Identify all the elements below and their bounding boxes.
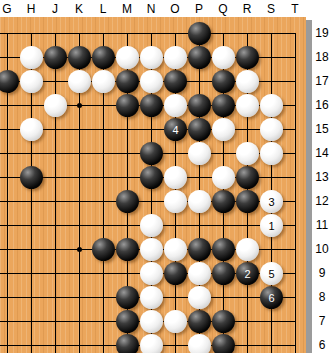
column-label-M: M (115, 2, 139, 16)
stone-black-R18[interactable] (236, 46, 259, 69)
stone-white-N7[interactable] (140, 310, 163, 333)
stone-white-N10[interactable] (140, 238, 163, 261)
stone-black-S8[interactable]: 6 (260, 286, 283, 309)
stone-black-Q16[interactable] (212, 94, 235, 117)
grid-line-row-15 (0, 129, 296, 130)
stone-white-S15[interactable] (260, 118, 283, 141)
stone-black-J18[interactable] (44, 46, 67, 69)
stone-white-O13[interactable] (164, 166, 187, 189)
stone-white-N11[interactable] (140, 214, 163, 237)
stone-white-S11[interactable]: 1 (260, 214, 283, 237)
stone-black-N13[interactable] (140, 166, 163, 189)
stone-white-N17[interactable] (140, 70, 163, 93)
stone-white-H17[interactable] (20, 70, 43, 93)
stone-black-P19[interactable] (188, 22, 211, 45)
star-point-K10 (77, 247, 82, 252)
stone-black-L10[interactable] (92, 238, 115, 261)
stone-white-P6[interactable] (188, 334, 211, 353)
stone-black-N16[interactable] (140, 94, 163, 117)
stone-white-P8[interactable] (188, 286, 211, 309)
move-number-label: 4 (172, 124, 178, 136)
stone-white-Q13[interactable] (212, 166, 235, 189)
stone-black-P7[interactable] (188, 310, 211, 333)
stone-black-Q7[interactable] (212, 310, 235, 333)
stone-white-R14[interactable] (236, 142, 259, 165)
stone-white-M18[interactable] (116, 46, 139, 69)
stone-black-O9[interactable] (164, 262, 187, 285)
stone-black-K18[interactable] (68, 46, 91, 69)
stone-white-H18[interactable] (20, 46, 43, 69)
stone-white-L17[interactable] (92, 70, 115, 93)
stone-white-N18[interactable] (140, 46, 163, 69)
stone-black-M8[interactable] (116, 286, 139, 309)
stone-white-O7[interactable] (164, 310, 187, 333)
stone-black-H13[interactable] (20, 166, 43, 189)
column-label-O: O (163, 2, 187, 16)
column-label-T: T (283, 2, 307, 16)
stone-white-H15[interactable] (20, 118, 43, 141)
row-label-11: 11 (312, 217, 332, 233)
row-label-10: 10 (312, 241, 332, 257)
column-label-N: N (139, 2, 163, 16)
row-label-13: 13 (312, 169, 332, 185)
column-label-Q: Q (211, 2, 235, 16)
go-board-viewer: GHJKLMNOPQRST 191817161514131211109876 4… (0, 0, 332, 353)
stone-black-P15[interactable] (188, 118, 211, 141)
move-number-label: 6 (268, 292, 274, 304)
column-label-G: G (0, 2, 19, 16)
stone-white-O12[interactable] (164, 190, 187, 213)
stone-black-Q6[interactable] (212, 334, 235, 353)
stone-black-G17[interactable] (0, 70, 19, 93)
move-number-label: 1 (268, 220, 274, 232)
row-label-17: 17 (312, 73, 332, 89)
row-label-15: 15 (312, 121, 332, 137)
stone-white-S12[interactable]: 3 (260, 190, 283, 213)
stone-black-Q9[interactable] (212, 262, 235, 285)
stone-black-M6[interactable] (116, 334, 139, 353)
board-edge-shadow (306, 20, 312, 353)
row-label-6: 6 (312, 337, 332, 353)
stone-white-S9[interactable]: 5 (260, 262, 283, 285)
stone-black-M16[interactable] (116, 94, 139, 117)
stone-black-Q12[interactable] (212, 190, 235, 213)
stone-black-O17[interactable] (164, 70, 187, 93)
stone-black-M17[interactable] (116, 70, 139, 93)
stone-black-R13[interactable] (236, 166, 259, 189)
column-label-S: S (259, 2, 283, 16)
row-label-9: 9 (312, 265, 332, 281)
stone-black-O15[interactable]: 4 (164, 118, 187, 141)
move-number-label: 3 (268, 196, 274, 208)
row-label-18: 18 (312, 49, 332, 65)
stone-white-O10[interactable] (164, 238, 187, 261)
move-number-label: 5 (268, 268, 274, 280)
stone-white-N8[interactable] (140, 286, 163, 309)
row-label-7: 7 (312, 313, 332, 329)
stone-white-R10[interactable] (236, 238, 259, 261)
stone-black-M10[interactable] (116, 238, 139, 261)
stone-white-R16[interactable] (236, 94, 259, 117)
stone-black-P10[interactable] (188, 238, 211, 261)
stone-white-J16[interactable] (44, 94, 67, 117)
stone-white-O18[interactable] (164, 46, 187, 69)
go-board[interactable]: 426315 (0, 17, 306, 353)
stone-black-M12[interactable] (116, 190, 139, 213)
grid-line-col-T (295, 33, 296, 353)
row-label-19: 19 (312, 25, 332, 41)
stone-white-N6[interactable] (140, 334, 163, 353)
grid-line-row-19 (0, 33, 296, 34)
row-label-12: 12 (312, 193, 332, 209)
stone-white-P9[interactable] (188, 262, 211, 285)
column-label-H: H (19, 2, 43, 16)
stone-black-R9[interactable]: 2 (236, 262, 259, 285)
stone-black-Q17[interactable] (212, 70, 235, 93)
stone-white-K17[interactable] (68, 70, 91, 93)
stone-white-P14[interactable] (188, 142, 211, 165)
stone-white-S14[interactable] (260, 142, 283, 165)
star-point-K16 (77, 103, 82, 108)
stone-black-L18[interactable] (92, 46, 115, 69)
stone-black-P16[interactable] (188, 94, 211, 117)
column-label-J: J (43, 2, 67, 16)
move-number-label: 2 (244, 268, 250, 280)
stone-white-Q18[interactable] (212, 46, 235, 69)
stone-black-Q10[interactable] (212, 238, 235, 261)
grid-line-col-J (55, 33, 56, 353)
stone-white-R17[interactable] (236, 70, 259, 93)
stone-white-N9[interactable] (140, 262, 163, 285)
column-label-K: K (67, 2, 91, 16)
column-label-P: P (187, 2, 211, 16)
row-label-14: 14 (312, 145, 332, 161)
stone-black-N14[interactable] (140, 142, 163, 165)
stone-black-P18[interactable] (188, 46, 211, 69)
stone-white-S16[interactable] (260, 94, 283, 117)
column-label-R: R (235, 2, 259, 16)
row-label-8: 8 (312, 289, 332, 305)
row-label-16: 16 (312, 97, 332, 113)
stone-white-Q15[interactable] (212, 118, 235, 141)
stone-white-O16[interactable] (164, 94, 187, 117)
column-label-L: L (91, 2, 115, 16)
stone-white-P12[interactable] (188, 190, 211, 213)
stone-black-M7[interactable] (116, 310, 139, 333)
stone-black-R12[interactable] (236, 190, 259, 213)
